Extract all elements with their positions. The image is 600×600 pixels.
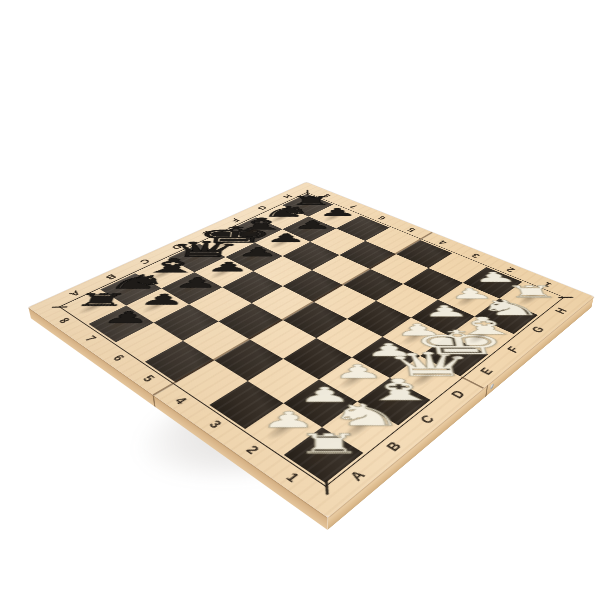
- square-c2: [319, 357, 390, 401]
- black-r-glyph: ♜: [37, 291, 163, 308]
- white-p-glyph: ♟: [324, 341, 457, 359]
- white-n-glyph: ♞: [293, 400, 442, 430]
- front-border-seam: [461, 376, 485, 389]
- board-left-edge: [28, 307, 327, 530]
- square-c4: [250, 320, 317, 359]
- white-k-glyph: ♚: [392, 326, 529, 359]
- front-edge-seam: [485, 384, 488, 397]
- square-d2: [352, 337, 420, 378]
- piece-shadow: [399, 360, 451, 396]
- white-p-glyph: ♟: [254, 385, 397, 406]
- square-d4: [283, 302, 347, 338]
- piece-shadow: [429, 339, 478, 372]
- square-a5: [145, 341, 214, 383]
- white-r-glyph: ♜: [252, 430, 407, 458]
- corner-tick-2: [325, 480, 328, 495]
- square-b5: [183, 321, 250, 360]
- square-a6: [116, 323, 183, 362]
- square-b1: [322, 402, 398, 453]
- corner-tick-0: [51, 307, 67, 308]
- piece-shadow: [327, 361, 381, 397]
- square-a3: [209, 381, 283, 429]
- piece-shadow: [253, 408, 314, 450]
- hinge-screw: [490, 383, 494, 390]
- square-c1: [357, 378, 430, 425]
- scene: 11AA22BB33CC44DD55EE66FF77GG88HH ♜♞♝♛♚♝♞…: [0, 0, 600, 600]
- piece-shadow: [291, 384, 349, 423]
- left-edge-seam: [152, 394, 155, 407]
- piece-shadow: [331, 406, 389, 448]
- square-d1: [390, 356, 461, 400]
- piece-shadow: [292, 432, 354, 477]
- square-c3: [283, 338, 352, 379]
- chess-board: 11AA22BB33CC44DD55EE66FF77GG88HH ♜♞♝♛♚♝♞…: [28, 182, 593, 517]
- square-a2: [245, 403, 322, 455]
- square-c5: [218, 303, 282, 339]
- black-p-glyph: ♟: [62, 310, 191, 326]
- square-b3: [248, 359, 319, 403]
- white-p-glyph: ♟: [214, 409, 363, 431]
- square-e1: [420, 335, 488, 376]
- white-q-glyph: ♛: [362, 349, 502, 382]
- square-a4: [176, 360, 248, 405]
- white-b-glyph: ♝: [329, 375, 473, 405]
- square-b2: [284, 379, 358, 427]
- square-b4: [214, 339, 283, 381]
- photo-canvas: 11AA22BB33CC44DD55EE66FF77GG88HH ♜♞♝♛♚♝♞…: [0, 0, 600, 600]
- square-a1: [284, 427, 364, 483]
- piece-shadow: [366, 382, 421, 420]
- black-n-glyph: ♞: [76, 272, 198, 291]
- white-p-glyph: ♟: [290, 362, 428, 381]
